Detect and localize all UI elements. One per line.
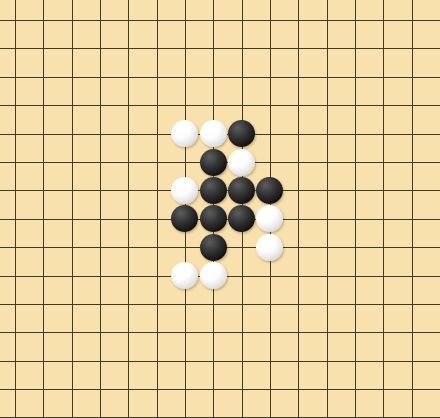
white-stone	[200, 120, 227, 147]
white-stone	[256, 234, 283, 261]
black-stone	[228, 120, 255, 147]
black-stone	[200, 234, 227, 261]
black-stone	[200, 149, 227, 176]
white-stone	[228, 149, 255, 176]
black-stone	[256, 177, 283, 204]
black-stone	[200, 205, 227, 232]
gomoku-board[interactable]	[0, 0, 440, 418]
white-stone	[256, 205, 283, 232]
white-stone	[171, 120, 198, 147]
black-stone	[200, 177, 227, 204]
white-stone	[171, 262, 198, 289]
white-stone	[171, 177, 198, 204]
black-stone	[171, 205, 198, 232]
stones-layer	[0, 0, 440, 418]
black-stone	[228, 177, 255, 204]
white-stone	[200, 262, 227, 289]
black-stone	[228, 205, 255, 232]
